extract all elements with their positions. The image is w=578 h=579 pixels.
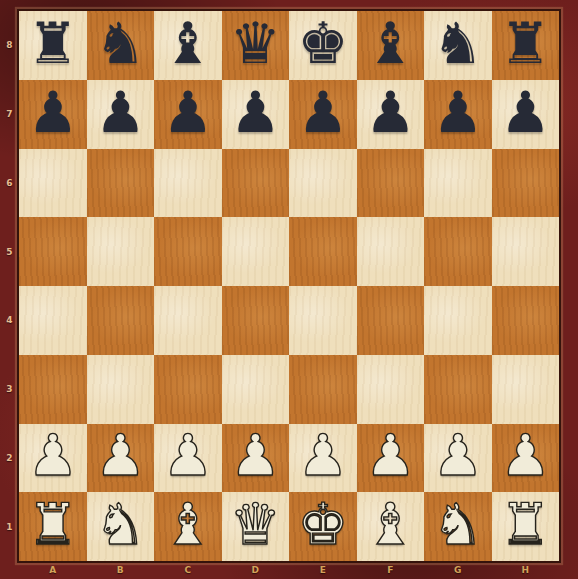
- rank-label-5: 5: [0, 217, 19, 286]
- chess-board: ♜♞♝♛♚♝♞♜♟♟♟♟♟♟♟♟♟♟♟♟♟♟♟♟♜♞♝♛♚♝♞♜ 8765432…: [0, 0, 578, 579]
- file-label-b: B: [87, 561, 155, 579]
- square-h5[interactable]: [492, 217, 560, 286]
- square-b4[interactable]: [87, 286, 155, 355]
- piece-white-knight: ♞: [432, 496, 483, 553]
- square-a6[interactable]: [19, 149, 87, 218]
- square-e4[interactable]: [289, 286, 357, 355]
- square-b6[interactable]: [87, 149, 155, 218]
- square-h1[interactable]: ♜: [492, 492, 560, 561]
- square-c5[interactable]: [154, 217, 222, 286]
- square-a5[interactable]: [19, 217, 87, 286]
- square-d6[interactable]: [222, 149, 290, 218]
- square-a2[interactable]: ♟: [19, 424, 87, 493]
- piece-black-bishop: ♝: [162, 15, 213, 72]
- square-c4[interactable]: [154, 286, 222, 355]
- piece-white-rook: ♜: [27, 496, 78, 553]
- file-labels: ABCDEFGH: [19, 561, 559, 579]
- file-label-e: E: [289, 561, 357, 579]
- piece-black-pawn: ♟: [432, 84, 483, 141]
- square-b7[interactable]: ♟: [87, 80, 155, 149]
- square-a1[interactable]: ♜: [19, 492, 87, 561]
- square-f5[interactable]: [357, 217, 425, 286]
- file-label-d: D: [222, 561, 290, 579]
- square-d5[interactable]: [222, 217, 290, 286]
- square-f2[interactable]: ♟: [357, 424, 425, 493]
- piece-white-bishop: ♝: [162, 496, 213, 553]
- square-b3[interactable]: [87, 355, 155, 424]
- square-g4[interactable]: [424, 286, 492, 355]
- piece-black-queen: ♛: [230, 15, 281, 72]
- piece-black-rook: ♜: [27, 15, 78, 72]
- square-e8[interactable]: ♚: [289, 11, 357, 80]
- square-h7[interactable]: ♟: [492, 80, 560, 149]
- square-a7[interactable]: ♟: [19, 80, 87, 149]
- file-label-a: A: [19, 561, 87, 579]
- square-g1[interactable]: ♞: [424, 492, 492, 561]
- rank-label-8: 8: [0, 11, 19, 80]
- square-g5[interactable]: [424, 217, 492, 286]
- piece-white-pawn: ♟: [230, 427, 281, 484]
- square-e1[interactable]: ♚: [289, 492, 357, 561]
- rank-labels: 87654321: [0, 11, 19, 561]
- file-label-g: G: [424, 561, 492, 579]
- piece-black-bishop: ♝: [365, 15, 416, 72]
- piece-white-pawn: ♟: [297, 427, 348, 484]
- square-a4[interactable]: [19, 286, 87, 355]
- square-d1[interactable]: ♛: [222, 492, 290, 561]
- piece-white-king: ♚: [297, 496, 348, 553]
- piece-white-pawn: ♟: [365, 427, 416, 484]
- square-f7[interactable]: ♟: [357, 80, 425, 149]
- piece-black-pawn: ♟: [95, 84, 146, 141]
- piece-white-pawn: ♟: [432, 427, 483, 484]
- piece-black-king: ♚: [297, 15, 348, 72]
- piece-black-pawn: ♟: [500, 84, 551, 141]
- square-h6[interactable]: [492, 149, 560, 218]
- piece-black-rook: ♜: [500, 15, 551, 72]
- square-b5[interactable]: [87, 217, 155, 286]
- square-g2[interactable]: ♟: [424, 424, 492, 493]
- square-c2[interactable]: ♟: [154, 424, 222, 493]
- square-d8[interactable]: ♛: [222, 11, 290, 80]
- piece-white-rook: ♜: [500, 496, 551, 553]
- piece-white-queen: ♛: [230, 496, 281, 553]
- square-d3[interactable]: [222, 355, 290, 424]
- square-a3[interactable]: [19, 355, 87, 424]
- piece-black-pawn: ♟: [27, 84, 78, 141]
- piece-white-bishop: ♝: [365, 496, 416, 553]
- square-b2[interactable]: ♟: [87, 424, 155, 493]
- square-e2[interactable]: ♟: [289, 424, 357, 493]
- piece-white-knight: ♞: [95, 496, 146, 553]
- square-h4[interactable]: [492, 286, 560, 355]
- square-c7[interactable]: ♟: [154, 80, 222, 149]
- square-g3[interactable]: [424, 355, 492, 424]
- file-label-f: F: [357, 561, 425, 579]
- piece-black-knight: ♞: [432, 15, 483, 72]
- piece-black-pawn: ♟: [162, 84, 213, 141]
- square-e5[interactable]: [289, 217, 357, 286]
- piece-white-pawn: ♟: [95, 427, 146, 484]
- square-g8[interactable]: ♞: [424, 11, 492, 80]
- file-label-c: C: [154, 561, 222, 579]
- square-h8[interactable]: ♜: [492, 11, 560, 80]
- square-c1[interactable]: ♝: [154, 492, 222, 561]
- rank-label-2: 2: [0, 424, 19, 493]
- square-c6[interactable]: [154, 149, 222, 218]
- file-label-h: H: [492, 561, 560, 579]
- square-f3[interactable]: [357, 355, 425, 424]
- square-h3[interactable]: [492, 355, 560, 424]
- square-f4[interactable]: [357, 286, 425, 355]
- square-g7[interactable]: ♟: [424, 80, 492, 149]
- piece-black-pawn: ♟: [297, 84, 348, 141]
- square-e6[interactable]: [289, 149, 357, 218]
- square-a8[interactable]: ♜: [19, 11, 87, 80]
- rank-label-7: 7: [0, 80, 19, 149]
- square-e7[interactable]: ♟: [289, 80, 357, 149]
- rank-label-4: 4: [0, 286, 19, 355]
- square-c8[interactable]: ♝: [154, 11, 222, 80]
- square-e3[interactable]: [289, 355, 357, 424]
- piece-black-knight: ♞: [95, 15, 146, 72]
- square-b8[interactable]: ♞: [87, 11, 155, 80]
- square-f6[interactable]: [357, 149, 425, 218]
- piece-white-pawn: ♟: [500, 427, 551, 484]
- rank-label-3: 3: [0, 355, 19, 424]
- board: ♜♞♝♛♚♝♞♜♟♟♟♟♟♟♟♟♟♟♟♟♟♟♟♟♜♞♝♛♚♝♞♜: [19, 11, 559, 561]
- square-h2[interactable]: ♟: [492, 424, 560, 493]
- square-d2[interactable]: ♟: [222, 424, 290, 493]
- piece-white-pawn: ♟: [162, 427, 213, 484]
- square-f8[interactable]: ♝: [357, 11, 425, 80]
- rank-label-6: 6: [0, 149, 19, 218]
- square-d7[interactable]: ♟: [222, 80, 290, 149]
- square-f1[interactable]: ♝: [357, 492, 425, 561]
- square-g6[interactable]: [424, 149, 492, 218]
- piece-black-pawn: ♟: [365, 84, 416, 141]
- piece-white-pawn: ♟: [27, 427, 78, 484]
- rank-label-1: 1: [0, 492, 19, 561]
- piece-black-pawn: ♟: [230, 84, 281, 141]
- square-d4[interactable]: [222, 286, 290, 355]
- square-c3[interactable]: [154, 355, 222, 424]
- square-b1[interactable]: ♞: [87, 492, 155, 561]
